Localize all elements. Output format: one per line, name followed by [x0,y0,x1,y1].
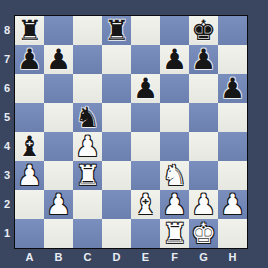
square-g3[interactable] [189,161,218,190]
square-f3[interactable]: ♞ [160,161,189,190]
square-b4[interactable] [44,132,73,161]
piece-black-pawn[interactable]: ♟ [133,74,158,103]
square-a3[interactable]: ♟ [15,161,44,190]
square-d8[interactable]: ♜ [102,16,131,45]
square-h4[interactable] [218,132,247,161]
square-h6[interactable]: ♟ [218,74,247,103]
chess-board-widget: 87654321 ♜♜♚♟♟♟♟♟♟♞♝♟♟♜♞♟♝♟♟♟♜♚ ABCDEFGH [0,0,268,268]
file-labels: ABCDEFGH [15,249,247,265]
file-label-b: B [44,249,73,265]
square-c7[interactable] [73,45,102,74]
square-f4[interactable] [160,132,189,161]
square-a7[interactable]: ♟ [15,45,44,74]
square-d6[interactable] [102,74,131,103]
square-b7[interactable]: ♟ [44,45,73,74]
file-label-a: A [15,249,44,265]
rank-label-7: 7 [0,44,14,73]
square-e3[interactable] [131,161,160,190]
square-f2[interactable]: ♟ [160,190,189,219]
square-c6[interactable] [73,74,102,103]
piece-white-rook[interactable]: ♜ [162,219,187,248]
piece-white-knight[interactable]: ♞ [162,161,187,190]
rank-label-5: 5 [0,102,14,131]
square-h5[interactable] [218,103,247,132]
rank-label-4: 4 [0,131,14,160]
rank-label-1: 1 [0,218,14,247]
rank-labels: 87654321 [0,15,14,247]
square-f8[interactable] [160,16,189,45]
file-label-d: D [102,249,131,265]
rank-label-6: 6 [0,73,14,102]
square-d4[interactable] [102,132,131,161]
square-b1[interactable] [44,219,73,248]
piece-white-pawn[interactable]: ♟ [191,190,216,219]
square-g5[interactable] [189,103,218,132]
square-a5[interactable] [15,103,44,132]
square-h2[interactable]: ♟ [218,190,247,219]
square-g1[interactable]: ♚ [189,219,218,248]
square-h7[interactable] [218,45,247,74]
square-b2[interactable]: ♟ [44,190,73,219]
square-a8[interactable]: ♜ [15,16,44,45]
square-g2[interactable]: ♟ [189,190,218,219]
square-f6[interactable] [160,74,189,103]
square-c2[interactable] [73,190,102,219]
square-g8[interactable]: ♚ [189,16,218,45]
square-g7[interactable]: ♟ [189,45,218,74]
chess-board[interactable]: ♜♜♚♟♟♟♟♟♟♞♝♟♟♜♞♟♝♟♟♟♜♚ [14,15,248,249]
square-c5[interactable]: ♞ [73,103,102,132]
piece-white-pawn[interactable]: ♟ [162,190,187,219]
square-d3[interactable] [102,161,131,190]
square-e6[interactable]: ♟ [131,74,160,103]
rank-label-8: 8 [0,15,14,44]
piece-white-rook[interactable]: ♜ [75,161,100,190]
square-d7[interactable] [102,45,131,74]
rank-label-2: 2 [0,189,14,218]
square-f7[interactable]: ♟ [160,45,189,74]
file-label-c: C [73,249,102,265]
piece-black-rook[interactable]: ♜ [104,16,129,45]
piece-white-king[interactable]: ♚ [191,219,216,248]
square-f1[interactable]: ♜ [160,219,189,248]
square-b6[interactable] [44,74,73,103]
piece-black-pawn[interactable]: ♟ [162,45,187,74]
piece-white-bishop[interactable]: ♝ [133,190,158,219]
square-g4[interactable] [189,132,218,161]
piece-black-pawn[interactable]: ♟ [191,45,216,74]
file-label-f: F [160,249,189,265]
file-label-h: H [218,249,247,265]
piece-black-knight[interactable]: ♞ [75,103,100,132]
piece-black-pawn[interactable]: ♟ [17,45,42,74]
square-a6[interactable] [15,74,44,103]
rank-label-3: 3 [0,160,14,189]
piece-black-king[interactable]: ♚ [191,16,216,45]
square-d1[interactable] [102,219,131,248]
square-c4[interactable]: ♟ [73,132,102,161]
piece-black-bishop[interactable]: ♝ [17,132,42,161]
square-c8[interactable] [73,16,102,45]
square-d2[interactable] [102,190,131,219]
square-h3[interactable] [218,161,247,190]
piece-black-pawn[interactable]: ♟ [46,45,71,74]
square-g6[interactable] [189,74,218,103]
square-e8[interactable] [131,16,160,45]
square-b3[interactable] [44,161,73,190]
square-b5[interactable] [44,103,73,132]
square-c3[interactable]: ♜ [73,161,102,190]
piece-white-pawn[interactable]: ♟ [75,132,100,161]
square-d5[interactable] [102,103,131,132]
piece-black-pawn[interactable]: ♟ [220,74,245,103]
piece-white-pawn[interactable]: ♟ [220,190,245,219]
square-f5[interactable] [160,103,189,132]
piece-white-pawn[interactable]: ♟ [17,161,42,190]
piece-black-rook[interactable]: ♜ [17,16,42,45]
square-e4[interactable] [131,132,160,161]
square-h8[interactable] [218,16,247,45]
square-e7[interactable] [131,45,160,74]
square-c1[interactable] [73,219,102,248]
square-a4[interactable]: ♝ [15,132,44,161]
file-label-g: G [189,249,218,265]
file-label-e: E [131,249,160,265]
square-e1[interactable] [131,219,160,248]
square-a1[interactable] [15,219,44,248]
square-a2[interactable] [15,190,44,219]
square-e5[interactable] [131,103,160,132]
piece-white-pawn[interactable]: ♟ [46,190,71,219]
square-h1[interactable] [218,219,247,248]
square-b8[interactable] [44,16,73,45]
square-e2[interactable]: ♝ [131,190,160,219]
